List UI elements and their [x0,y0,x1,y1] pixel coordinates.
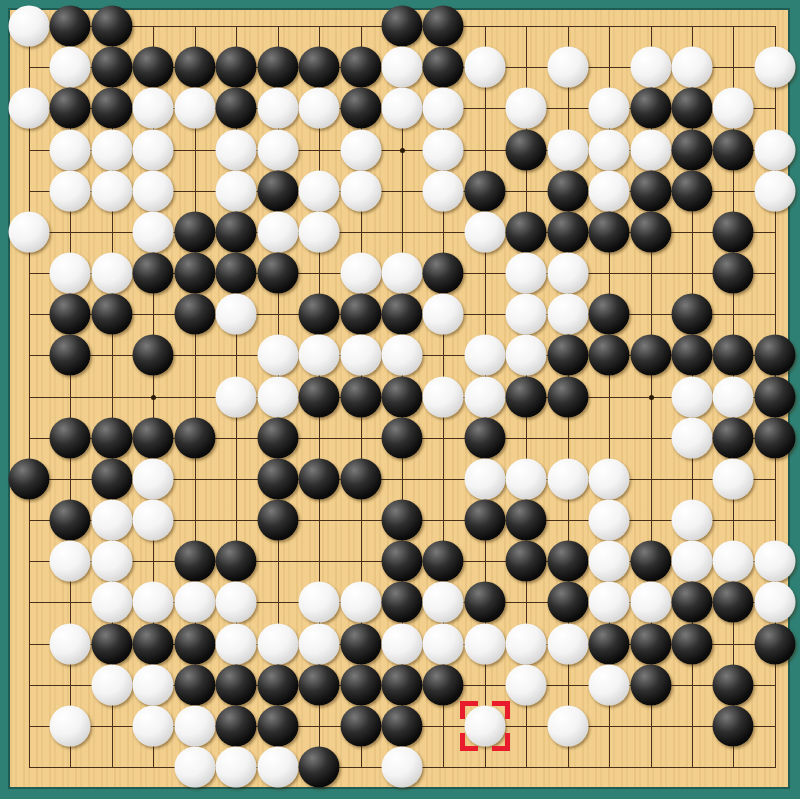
black-stone[interactable] [216,705,257,746]
white-stone[interactable] [133,129,174,170]
black-stone[interactable] [713,705,754,746]
black-stone[interactable] [340,458,381,499]
black-stone[interactable] [381,500,422,541]
white-stone[interactable] [547,253,588,294]
go-board[interactable] [8,8,790,789]
black-stone[interactable] [630,211,671,252]
black-stone[interactable] [340,623,381,664]
black-stone[interactable] [299,747,340,788]
white-stone[interactable] [174,88,215,129]
white-stone[interactable] [91,253,132,294]
white-stone[interactable] [299,88,340,129]
white-stone[interactable] [299,623,340,664]
black-stone[interactable] [423,253,464,294]
black-stone[interactable] [216,47,257,88]
white-stone[interactable] [50,129,91,170]
white-stone[interactable] [216,376,257,417]
white-stone[interactable] [506,664,547,705]
white-stone[interactable] [133,88,174,129]
white-stone[interactable] [91,541,132,582]
black-stone[interactable] [216,541,257,582]
black-stone[interactable] [257,705,298,746]
white-stone[interactable] [506,88,547,129]
white-stone[interactable] [547,623,588,664]
black-stone[interactable] [133,335,174,376]
black-stone[interactable] [50,500,91,541]
white-stone[interactable] [589,664,630,705]
white-stone[interactable] [506,623,547,664]
black-stone[interactable] [423,6,464,47]
white-stone[interactable] [713,541,754,582]
black-stone[interactable] [91,88,132,129]
white-stone[interactable] [133,664,174,705]
star-point [649,395,654,400]
black-stone[interactable] [630,88,671,129]
black-stone[interactable] [133,623,174,664]
black-stone[interactable] [340,88,381,129]
white-stone[interactable] [50,170,91,211]
white-stone[interactable] [133,170,174,211]
black-stone[interactable] [713,253,754,294]
black-stone[interactable] [547,541,588,582]
black-stone[interactable] [464,500,505,541]
white-stone[interactable] [299,211,340,252]
black-stone[interactable] [506,129,547,170]
white-stone[interactable] [464,47,505,88]
white-stone[interactable] [91,170,132,211]
white-stone[interactable] [672,500,713,541]
black-stone[interactable] [174,211,215,252]
white-stone[interactable] [50,47,91,88]
white-stone[interactable] [423,582,464,623]
black-stone[interactable] [713,211,754,252]
black-stone[interactable] [174,417,215,458]
black-stone[interactable] [547,582,588,623]
white-stone[interactable] [381,747,422,788]
white-stone[interactable] [216,623,257,664]
black-stone[interactable] [257,500,298,541]
white-stone[interactable] [50,705,91,746]
black-stone[interactable] [381,664,422,705]
white-stone[interactable] [299,335,340,376]
black-stone[interactable] [464,170,505,211]
black-stone[interactable] [50,417,91,458]
black-stone[interactable] [589,294,630,335]
white-stone[interactable] [299,170,340,211]
white-stone[interactable] [50,623,91,664]
white-stone[interactable] [340,129,381,170]
white-stone[interactable] [257,376,298,417]
white-stone[interactable] [464,623,505,664]
white-stone[interactable] [91,582,132,623]
black-stone[interactable] [340,294,381,335]
black-stone[interactable] [630,170,671,211]
black-stone[interactable] [381,541,422,582]
black-stone[interactable] [91,294,132,335]
white-stone[interactable] [506,253,547,294]
white-stone[interactable] [91,664,132,705]
white-stone[interactable] [547,294,588,335]
black-stone[interactable] [50,6,91,47]
black-stone[interactable] [672,170,713,211]
white-stone[interactable] [589,88,630,129]
white-stone[interactable] [9,211,50,252]
black-stone[interactable] [381,376,422,417]
black-stone[interactable] [50,88,91,129]
white-stone[interactable] [257,88,298,129]
white-stone[interactable] [257,129,298,170]
star-point [151,395,156,400]
white-stone[interactable] [423,623,464,664]
white-stone[interactable] [754,47,795,88]
white-stone[interactable] [381,335,422,376]
white-stone[interactable] [589,170,630,211]
white-stone[interactable] [672,47,713,88]
white-stone[interactable] [257,211,298,252]
black-stone[interactable] [589,335,630,376]
white-stone[interactable] [547,458,588,499]
white-stone[interactable] [589,541,630,582]
white-stone[interactable] [216,582,257,623]
black-stone[interactable] [216,253,257,294]
white-stone[interactable] [174,705,215,746]
white-stone[interactable] [381,253,422,294]
black-stone[interactable] [174,47,215,88]
white-stone[interactable] [9,88,50,129]
black-stone[interactable] [174,294,215,335]
black-stone[interactable] [133,417,174,458]
black-stone[interactable] [91,6,132,47]
black-stone[interactable] [174,664,215,705]
black-stone[interactable] [340,705,381,746]
black-stone[interactable] [174,253,215,294]
white-stone[interactable] [506,335,547,376]
black-stone[interactable] [257,664,298,705]
black-stone[interactable] [464,582,505,623]
white-stone[interactable] [754,129,795,170]
black-stone[interactable] [630,664,671,705]
black-stone[interactable] [381,294,422,335]
black-stone[interactable] [174,541,215,582]
star-point [400,148,405,153]
black-stone[interactable] [50,294,91,335]
black-stone[interactable] [754,376,795,417]
white-stone[interactable] [216,170,257,211]
black-stone[interactable] [50,335,91,376]
black-stone[interactable] [547,376,588,417]
white-stone[interactable] [423,376,464,417]
white-stone[interactable] [381,88,422,129]
white-stone[interactable] [589,129,630,170]
white-stone[interactable] [381,47,422,88]
black-stone[interactable] [299,664,340,705]
black-stone[interactable] [423,664,464,705]
black-stone[interactable] [589,211,630,252]
go-app-window [0,0,800,799]
white-stone[interactable] [589,582,630,623]
black-stone[interactable] [754,623,795,664]
white-stone[interactable] [547,705,588,746]
black-stone[interactable] [216,211,257,252]
black-stone[interactable] [91,417,132,458]
white-stone[interactable] [50,541,91,582]
black-stone[interactable] [257,170,298,211]
white-stone[interactable] [423,294,464,335]
black-stone[interactable] [381,705,422,746]
black-stone[interactable] [672,88,713,129]
black-stone[interactable] [672,294,713,335]
black-stone[interactable] [547,170,588,211]
white-stone[interactable] [589,458,630,499]
white-stone[interactable] [672,417,713,458]
white-stone[interactable] [464,458,505,499]
black-stone[interactable] [257,417,298,458]
black-stone[interactable] [506,211,547,252]
white-stone[interactable] [630,47,671,88]
black-stone[interactable] [9,458,50,499]
white-stone[interactable] [713,458,754,499]
white-stone[interactable] [423,88,464,129]
white-stone[interactable] [174,747,215,788]
black-stone[interactable] [91,623,132,664]
white-stone[interactable] [506,458,547,499]
black-stone[interactable] [713,335,754,376]
white-stone[interactable] [423,129,464,170]
black-stone[interactable] [713,129,754,170]
white-stone[interactable] [257,747,298,788]
white-stone[interactable] [754,582,795,623]
black-stone[interactable] [423,541,464,582]
black-stone[interactable] [506,541,547,582]
black-stone[interactable] [630,335,671,376]
white-stone[interactable] [589,500,630,541]
black-stone[interactable] [381,417,422,458]
white-stone[interactable] [423,170,464,211]
black-stone[interactable] [216,664,257,705]
black-stone[interactable] [257,253,298,294]
white-stone[interactable] [630,129,671,170]
white-stone[interactable] [216,747,257,788]
black-stone[interactable] [299,47,340,88]
black-stone[interactable] [630,541,671,582]
white-stone[interactable] [133,458,174,499]
black-stone[interactable] [299,458,340,499]
white-stone[interactable] [216,129,257,170]
black-stone[interactable] [589,623,630,664]
white-stone[interactable] [340,582,381,623]
black-stone[interactable] [423,47,464,88]
white-stone[interactable] [381,623,422,664]
black-stone[interactable] [713,664,754,705]
white-stone[interactable] [216,294,257,335]
black-stone[interactable] [257,47,298,88]
white-stone[interactable] [299,582,340,623]
black-stone[interactable] [672,335,713,376]
black-stone[interactable] [754,417,795,458]
white-stone[interactable] [133,705,174,746]
white-stone[interactable] [257,623,298,664]
black-stone[interactable] [547,211,588,252]
white-stone[interactable] [672,541,713,582]
white-stone[interactable] [340,170,381,211]
white-stone[interactable] [547,47,588,88]
black-stone[interactable] [340,47,381,88]
white-stone[interactable] [630,582,671,623]
black-stone[interactable] [299,376,340,417]
black-stone[interactable] [91,458,132,499]
black-stone[interactable] [257,458,298,499]
black-stone[interactable] [381,6,422,47]
white-stone[interactable] [91,500,132,541]
black-stone[interactable] [174,623,215,664]
black-stone[interactable] [299,294,340,335]
black-stone[interactable] [754,335,795,376]
white-stone[interactable] [133,500,174,541]
black-stone[interactable] [464,417,505,458]
white-stone[interactable] [464,376,505,417]
white-stone[interactable] [713,88,754,129]
white-stone[interactable] [257,335,298,376]
white-stone[interactable] [754,541,795,582]
white-stone[interactable] [91,129,132,170]
white-stone[interactable] [506,294,547,335]
white-stone[interactable] [464,705,505,746]
black-stone[interactable] [672,623,713,664]
white-stone[interactable] [340,253,381,294]
black-stone[interactable] [713,417,754,458]
black-stone[interactable] [672,129,713,170]
black-stone[interactable] [672,582,713,623]
black-stone[interactable] [216,88,257,129]
white-stone[interactable] [9,6,50,47]
white-stone[interactable] [174,582,215,623]
black-stone[interactable] [91,47,132,88]
white-stone[interactable] [133,211,174,252]
white-stone[interactable] [672,376,713,417]
white-stone[interactable] [464,335,505,376]
white-stone[interactable] [754,170,795,211]
white-stone[interactable] [713,376,754,417]
black-stone[interactable] [381,582,422,623]
white-stone[interactable] [340,335,381,376]
black-stone[interactable] [506,376,547,417]
black-stone[interactable] [713,582,754,623]
black-stone[interactable] [340,376,381,417]
white-stone[interactable] [50,253,91,294]
white-stone[interactable] [547,129,588,170]
black-stone[interactable] [630,623,671,664]
white-stone[interactable] [133,582,174,623]
black-stone[interactable] [133,253,174,294]
black-stone[interactable] [506,500,547,541]
black-stone[interactable] [340,664,381,705]
white-stone[interactable] [464,211,505,252]
black-stone[interactable] [133,47,174,88]
black-stone[interactable] [547,335,588,376]
